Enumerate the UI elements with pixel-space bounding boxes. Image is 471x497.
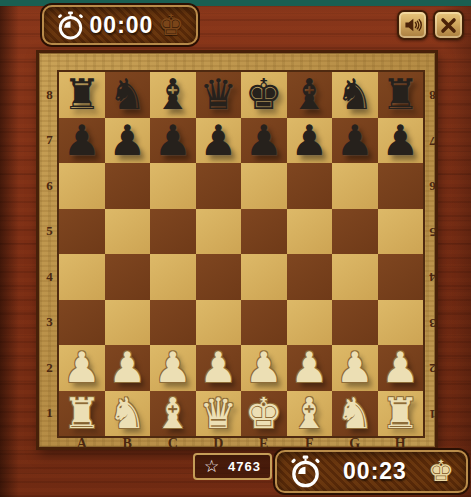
square-h5[interactable]	[378, 209, 424, 255]
file-label-d: D	[196, 436, 242, 452]
white-bishop[interactable]: ♝	[290, 391, 328, 436]
rank-label-2-left: 2	[41, 345, 58, 391]
square-f3[interactable]	[287, 300, 333, 346]
square-f1[interactable]: ♝	[287, 391, 333, 437]
file-label-c: C	[150, 436, 196, 452]
square-e8[interactable]: ♚	[241, 72, 287, 118]
file-label-a: A	[59, 436, 105, 452]
rank-label-3-left: 3	[41, 300, 58, 346]
rank-label-7-right: 7	[424, 118, 441, 164]
square-a8[interactable]: ♜	[59, 72, 105, 118]
square-c2[interactable]: ♟	[150, 345, 196, 391]
file-label-b: B	[105, 436, 151, 452]
square-a7[interactable]: ♟	[59, 118, 105, 164]
rank-label-8-right: 8	[424, 72, 441, 118]
square-b3[interactable]	[105, 300, 151, 346]
black-pawn[interactable]: ♟	[108, 118, 146, 163]
black-rook[interactable]: ♜	[63, 72, 101, 117]
black-pawn[interactable]: ♟	[63, 118, 101, 163]
square-f2[interactable]: ♟	[287, 345, 333, 391]
square-e4[interactable]	[241, 254, 287, 300]
star-icon: ☆	[204, 458, 219, 475]
chess-board: ♜♞♝♛♚♝♞♜♟♟♟♟♟♟♟♟♟♟♟♟♟♟♟♟♜♞♝♛♚♝♞♜ ABCDEFG…	[36, 50, 438, 450]
square-e3[interactable]	[241, 300, 287, 346]
black-king[interactable]: ♚	[245, 72, 283, 117]
square-a5[interactable]	[59, 209, 105, 255]
square-c4[interactable]	[150, 254, 196, 300]
square-a1[interactable]: ♜	[59, 391, 105, 437]
white-pawn[interactable]: ♟	[381, 345, 419, 390]
rank-label-1-left: 1	[41, 391, 58, 437]
square-h1[interactable]: ♜	[378, 391, 424, 437]
black-pawn[interactable]: ♟	[336, 118, 374, 163]
white-rook[interactable]: ♜	[381, 391, 419, 436]
game-window: 00:00 ♚ ♜♞♝♛♚♝♞♜♟♟♟♟♟♟♟♟♟♟♟♟♟♟♟♟♜♞♝♛♚♝♞♜…	[0, 0, 471, 497]
square-g4[interactable]	[332, 254, 378, 300]
square-c3[interactable]	[150, 300, 196, 346]
black-queen[interactable]: ♛	[199, 72, 237, 117]
rank-label-3-right: 3	[424, 300, 441, 346]
square-d1[interactable]: ♛	[196, 391, 242, 437]
square-h8[interactable]: ♜	[378, 72, 424, 118]
file-label-e: E	[241, 436, 287, 452]
square-g3[interactable]	[332, 300, 378, 346]
square-a3[interactable]	[59, 300, 105, 346]
square-a4[interactable]	[59, 254, 105, 300]
square-b2[interactable]: ♟	[105, 345, 151, 391]
sound-on-icon	[402, 15, 423, 35]
rank-label-1-right: 1	[424, 391, 441, 437]
square-a2[interactable]: ♟	[59, 345, 105, 391]
square-b7[interactable]: ♟	[105, 118, 151, 164]
square-f4[interactable]	[287, 254, 333, 300]
rank-label-5-right: 5	[424, 209, 441, 255]
square-c8[interactable]: ♝	[150, 72, 196, 118]
white-bishop[interactable]: ♝	[154, 391, 192, 436]
square-a6[interactable]	[59, 163, 105, 209]
black-knight[interactable]: ♞	[336, 72, 374, 117]
square-c6[interactable]	[150, 163, 196, 209]
square-e7[interactable]: ♟	[241, 118, 287, 164]
square-c7[interactable]: ♟	[150, 118, 196, 164]
white-pawn[interactable]: ♟	[336, 345, 374, 390]
sound-button[interactable]	[397, 10, 428, 40]
square-h6[interactable]	[378, 163, 424, 209]
square-b6[interactable]	[105, 163, 151, 209]
square-h4[interactable]	[378, 254, 424, 300]
black-pawn[interactable]: ♟	[154, 118, 192, 163]
square-g8[interactable]: ♞	[332, 72, 378, 118]
square-b8[interactable]: ♞	[105, 72, 151, 118]
square-e5[interactable]	[241, 209, 287, 255]
rank-label-4-left: 4	[41, 254, 58, 300]
white-queen[interactable]: ♛	[199, 391, 237, 436]
white-pawn[interactable]: ♟	[199, 345, 237, 390]
square-b1[interactable]: ♞	[105, 391, 151, 437]
close-button[interactable]	[433, 10, 464, 40]
square-b4[interactable]	[105, 254, 151, 300]
stopwatch-icon	[289, 455, 322, 488]
white-clock-time: 00:23	[343, 458, 407, 485]
square-g5[interactable]	[332, 209, 378, 255]
square-f7[interactable]: ♟	[287, 118, 333, 164]
square-g1[interactable]: ♞	[332, 391, 378, 437]
square-e1[interactable]: ♚	[241, 391, 287, 437]
square-d4[interactable]	[196, 254, 242, 300]
white-pawn[interactable]: ♟	[245, 345, 283, 390]
square-g6[interactable]	[332, 163, 378, 209]
black-clock-panel: 00:00 ♚	[42, 5, 198, 45]
white-rook[interactable]: ♜	[63, 391, 101, 436]
square-f5[interactable]	[287, 209, 333, 255]
white-king-icon: ♚	[428, 457, 454, 486]
white-pawn[interactable]: ♟	[154, 345, 192, 390]
white-pawn[interactable]: ♟	[290, 345, 328, 390]
white-clock-panel: 00:23 ♚	[275, 450, 468, 493]
rank-label-6-right: 6	[424, 163, 441, 209]
score-panel: ☆ 4763	[193, 453, 272, 480]
black-pawn[interactable]: ♟	[245, 118, 283, 163]
white-knight[interactable]: ♞	[336, 391, 374, 436]
square-e2[interactable]: ♟	[241, 345, 287, 391]
square-d8[interactable]: ♛	[196, 72, 242, 118]
black-clock-time: 00:00	[90, 12, 154, 39]
rank-label-7-left: 7	[41, 118, 58, 164]
close-icon	[439, 16, 458, 35]
square-h7[interactable]: ♟	[378, 118, 424, 164]
black-pawn[interactable]: ♟	[290, 118, 328, 163]
square-f6[interactable]	[287, 163, 333, 209]
square-h2[interactable]: ♟	[378, 345, 424, 391]
board-grid: ♜♞♝♛♚♝♞♜♟♟♟♟♟♟♟♟♟♟♟♟♟♟♟♟♜♞♝♛♚♝♞♜	[59, 72, 423, 436]
square-d2[interactable]: ♟	[196, 345, 242, 391]
square-g7[interactable]: ♟	[332, 118, 378, 164]
stopwatch-icon	[56, 11, 85, 40]
black-knight[interactable]: ♞	[108, 72, 146, 117]
rank-label-4-right: 4	[424, 254, 441, 300]
black-bishop[interactable]: ♝	[154, 72, 192, 117]
square-e6[interactable]	[241, 163, 287, 209]
square-f8[interactable]: ♝	[287, 72, 333, 118]
black-king-icon: ♚	[158, 11, 184, 40]
rank-label-8-left: 8	[41, 72, 58, 118]
square-h3[interactable]	[378, 300, 424, 346]
rank-label-5-left: 5	[41, 209, 58, 255]
white-pawn[interactable]: ♟	[108, 345, 146, 390]
black-bishop[interactable]: ♝	[290, 72, 328, 117]
square-b5[interactable]	[105, 209, 151, 255]
square-c1[interactable]: ♝	[150, 391, 196, 437]
white-pawn[interactable]: ♟	[63, 345, 101, 390]
rank-label-6-left: 6	[41, 163, 58, 209]
white-king[interactable]: ♚	[245, 391, 283, 436]
square-d3[interactable]	[196, 300, 242, 346]
square-d5[interactable]	[196, 209, 242, 255]
black-pawn[interactable]: ♟	[381, 118, 419, 163]
square-c5[interactable]	[150, 209, 196, 255]
white-knight[interactable]: ♞	[108, 391, 146, 436]
square-d6[interactable]	[196, 163, 242, 209]
black-rook[interactable]: ♜	[381, 72, 419, 117]
score-value: 4763	[228, 459, 261, 474]
square-g2[interactable]: ♟	[332, 345, 378, 391]
black-pawn[interactable]: ♟	[199, 118, 237, 163]
square-d7[interactable]: ♟	[196, 118, 242, 164]
rank-label-2-right: 2	[424, 345, 441, 391]
